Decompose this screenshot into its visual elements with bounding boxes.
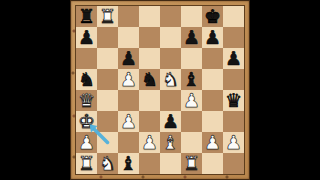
letterbox-background: ♜♜♚♟♟♟♟♟♞♟♞♞♝♛♟♛♚♟♟♟♟♝♟♟♜♞♝♜: [0, 0, 320, 180]
piece-white-rook: ♜: [183, 153, 200, 174]
square-h5[interactable]: [223, 69, 244, 90]
square-e6[interactable]: [160, 48, 181, 69]
square-e7[interactable]: [160, 27, 181, 48]
square-e8[interactable]: [160, 6, 181, 27]
square-f3[interactable]: [181, 111, 202, 132]
square-f7[interactable]: ♟: [181, 27, 202, 48]
square-a4[interactable]: ♛: [76, 90, 97, 111]
square-e4[interactable]: [160, 90, 181, 111]
piece-white-pawn: ♟: [120, 111, 137, 132]
square-f5[interactable]: ♝: [181, 69, 202, 90]
square-e2[interactable]: ♝: [160, 132, 181, 153]
piece-black-bishop: ♝: [183, 69, 200, 90]
square-c5[interactable]: ♟: [118, 69, 139, 90]
square-g2[interactable]: ♟: [202, 132, 223, 153]
square-c3[interactable]: ♟: [118, 111, 139, 132]
square-d4[interactable]: [139, 90, 160, 111]
piece-black-pawn: ♟: [162, 111, 179, 132]
square-b7[interactable]: [97, 27, 118, 48]
square-c4[interactable]: [118, 90, 139, 111]
piece-black-pawn: ♟: [183, 27, 200, 48]
square-a1[interactable]: ♜: [76, 153, 97, 174]
piece-white-knight: ♞: [162, 69, 179, 90]
piece-black-pawn: ♟: [78, 27, 95, 48]
square-e5[interactable]: ♞: [160, 69, 181, 90]
piece-black-pawn: ♟: [225, 48, 242, 69]
square-h6[interactable]: ♟: [223, 48, 244, 69]
square-a5[interactable]: ♞: [76, 69, 97, 90]
square-a6[interactable]: [76, 48, 97, 69]
piece-white-pawn: ♟: [141, 132, 158, 153]
square-b2[interactable]: [97, 132, 118, 153]
piece-white-king: ♚: [78, 111, 95, 132]
piece-white-pawn: ♟: [78, 132, 95, 153]
square-h8[interactable]: [223, 6, 244, 27]
square-h3[interactable]: [223, 111, 244, 132]
square-a7[interactable]: ♟: [76, 27, 97, 48]
square-b6[interactable]: [97, 48, 118, 69]
piece-white-rook: ♜: [78, 153, 95, 174]
square-h2[interactable]: ♟: [223, 132, 244, 153]
piece-black-pawn: ♟: [120, 48, 137, 69]
square-g4[interactable]: [202, 90, 223, 111]
square-f2[interactable]: [181, 132, 202, 153]
square-h7[interactable]: [223, 27, 244, 48]
piece-white-pawn: ♟: [120, 69, 137, 90]
square-b5[interactable]: [97, 69, 118, 90]
square-d8[interactable]: [139, 6, 160, 27]
square-c7[interactable]: [118, 27, 139, 48]
square-c8[interactable]: [118, 6, 139, 27]
square-f1[interactable]: ♜: [181, 153, 202, 174]
piece-black-knight: ♞: [78, 69, 95, 90]
piece-black-rook: ♜: [78, 6, 95, 27]
square-b4[interactable]: [97, 90, 118, 111]
square-g3[interactable]: [202, 111, 223, 132]
square-g8[interactable]: ♚: [202, 6, 223, 27]
square-c6[interactable]: ♟: [118, 48, 139, 69]
chess-board: ♜♜♚♟♟♟♟♟♞♟♞♞♝♛♟♛♚♟♟♟♟♝♟♟♜♞♝♜: [76, 6, 244, 174]
square-g6[interactable]: [202, 48, 223, 69]
square-f6[interactable]: [181, 48, 202, 69]
piece-black-bishop: ♝: [120, 153, 137, 174]
square-g1[interactable]: [202, 153, 223, 174]
square-h4[interactable]: ♛: [223, 90, 244, 111]
piece-black-pawn: ♟: [204, 27, 221, 48]
square-d2[interactable]: ♟: [139, 132, 160, 153]
square-a3[interactable]: ♚: [76, 111, 97, 132]
piece-white-pawn: ♟: [204, 132, 221, 153]
square-d3[interactable]: [139, 111, 160, 132]
square-f8[interactable]: [181, 6, 202, 27]
square-b8[interactable]: ♜: [97, 6, 118, 27]
piece-white-queen: ♛: [78, 90, 95, 111]
square-e3[interactable]: ♟: [160, 111, 181, 132]
square-a8[interactable]: ♜: [76, 6, 97, 27]
square-a2[interactable]: ♟: [76, 132, 97, 153]
square-h1[interactable]: [223, 153, 244, 174]
piece-white-rook: ♜: [99, 6, 116, 27]
square-e1[interactable]: [160, 153, 181, 174]
square-d7[interactable]: [139, 27, 160, 48]
square-b3[interactable]: [97, 111, 118, 132]
square-g5[interactable]: [202, 69, 223, 90]
piece-white-bishop: ♝: [162, 132, 179, 153]
piece-black-queen: ♛: [225, 90, 242, 111]
board-frame: ♜♜♚♟♟♟♟♟♞♟♞♞♝♛♟♛♚♟♟♟♟♝♟♟♜♞♝♜: [71, 1, 249, 179]
square-f4[interactable]: ♟: [181, 90, 202, 111]
piece-white-knight: ♞: [99, 153, 116, 174]
square-b1[interactable]: ♞: [97, 153, 118, 174]
piece-black-knight: ♞: [141, 69, 158, 90]
piece-white-pawn: ♟: [183, 90, 200, 111]
piece-black-king: ♚: [204, 6, 221, 27]
square-d5[interactable]: ♞: [139, 69, 160, 90]
square-d1[interactable]: [139, 153, 160, 174]
piece-white-pawn: ♟: [225, 132, 242, 153]
square-d6[interactable]: [139, 48, 160, 69]
square-g7[interactable]: ♟: [202, 27, 223, 48]
square-c1[interactable]: ♝: [118, 153, 139, 174]
square-c2[interactable]: [118, 132, 139, 153]
